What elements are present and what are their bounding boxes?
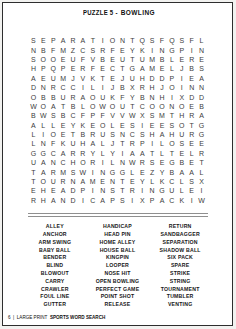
grid-cell: W [80,169,87,176]
grid-cell: G [31,150,36,157]
word-entry: ALLEY [46,223,64,231]
grid-cell: K [90,75,95,82]
grid-cell: R [90,159,95,166]
grid-cell: L [160,140,164,147]
grid-cell: A [31,122,36,129]
grid-cell: M [149,56,155,63]
grid-cell: Y [71,122,76,129]
grid-cell: A [41,159,46,166]
grid-cell: G [199,122,204,129]
grid-cell: W [198,197,205,204]
grid-cell: E [179,150,184,157]
word-entry: ANCHOR [43,231,67,239]
grid-cell: T [91,37,95,44]
grid-cell: N [100,169,105,176]
footer-series-label: LARGE PRINT [17,315,48,321]
word-entry: HANDICAP [103,223,132,231]
grid-cell: S [189,178,194,185]
grid-cell: A [189,169,194,176]
word-entry: LOOPER [106,262,129,270]
grid-cell: K [140,47,145,54]
grid-cell: A [160,197,165,204]
grid-cell: I [181,84,183,91]
word-column: HANDICAPHEAD PINHOME ALLEYHOUSE BALLKING… [86,223,149,309]
grid-cell: A [61,37,66,44]
grid-cell: B [81,131,86,138]
grid-cell: S [130,122,135,129]
grid-cell: D [70,187,75,194]
grid-cell: A [51,197,56,204]
puzzle-title: PUZZLE 5 - BOWLING [3,3,232,17]
grid-cell: O [90,103,95,110]
grid-cell: I [121,150,123,157]
grid-cell: F [91,65,95,72]
grid-cell: S [179,37,184,44]
word-entry: BLOWOUT [41,270,69,278]
grid-cell: Y [130,47,135,54]
grid-cell: L [200,37,204,44]
grid-cell: I [151,47,153,54]
grid-cell: Y [160,169,165,176]
grid-cell: O [41,56,46,63]
grid-cell: E [100,178,105,185]
grid-cell: T [31,178,35,185]
grid-cell: E [110,56,115,63]
grid-cell: R [70,94,75,101]
word-entry: POINT SHOT [101,293,135,301]
grid-cell: L [111,159,115,166]
grid-cell: U [31,159,36,166]
grid-cell: C [61,84,66,91]
grid-cell: U [51,75,56,82]
grid-cell: A [179,169,184,176]
grid-cell: T [101,75,105,82]
word-entry: STRIKE [170,270,190,278]
grid-cell: L [81,103,85,110]
grid-cell: L [160,150,164,157]
grid-cell: V [90,56,95,63]
word-list: ALLEYANCHORARM SWINGBABY BALLBENDERBLIND… [24,223,212,309]
word-entry: SHADOW BALL [160,247,201,255]
grid-cell: E [189,75,194,82]
grid-cell: P [41,65,46,72]
grid-cell: E [31,187,36,194]
grid-cell: F [120,94,124,101]
grid-cell: S [140,131,145,138]
grid-cell: I [42,131,44,138]
grid-cell: E [61,56,66,63]
grid-cell: W [40,112,47,119]
grid-cell: H [31,65,36,72]
grid-cell: R [80,150,85,157]
grid-cell: R [51,84,56,91]
grid-cell: U [100,131,105,138]
grid-cell: U [100,94,105,101]
grid-cell: R [140,159,145,166]
grid-cell: P [90,112,95,119]
grid-cell: T [190,122,194,129]
grid-cell: O [110,37,115,44]
grid-cell: G [130,65,135,72]
grid-cell: Y [90,150,95,157]
grid-cell: O [149,103,154,110]
grid-cell: P [170,75,175,82]
grid-cell: F [101,112,105,119]
footer-book-title: SPORTS WORD SEARCH [50,315,105,321]
grid-cell: R [61,178,66,185]
grid-cell: G [110,169,115,176]
grid-cell: H [150,131,155,138]
grid-cell: V [110,112,115,119]
page-number: 6 [8,315,11,321]
grid-cell: I [82,84,84,91]
grid-cell: O [31,94,36,101]
grid-cell: N [41,140,46,147]
grid-cell: D [150,75,155,82]
grid-cell: R [31,197,36,204]
grid-cell: A [81,94,86,101]
grid-cell: L [180,178,184,185]
grid-cell: P [140,140,145,147]
grid-cell: U [70,140,75,147]
grid-cell: I [171,94,173,101]
grid-cell: E [189,140,194,147]
grid-cell: F [81,56,85,63]
grid-cell: M [149,65,155,72]
grid-cell: E [160,122,165,129]
grid-cell: O [41,103,46,110]
word-entry: ARM SWING [39,239,72,247]
grid-cell: L [150,178,154,185]
grid-cell: T [130,56,134,63]
grid-cell: O [90,94,95,101]
grid-cell: P [61,65,66,72]
grid-cell: W [129,112,136,119]
grid-cell: R [199,150,204,157]
word-entry: CARRY [45,278,64,286]
grid-cell: A [90,140,95,147]
word-column: ALLEYANCHORARM SWINGBABY BALLBENDERBLIND… [24,223,87,309]
footer-divider: | [13,315,14,321]
word-entry: GUTTER [44,301,67,309]
grid-cell: I [191,197,193,204]
grid-cell: U [120,103,125,110]
grid-cell: B [199,103,204,110]
grid-cell: G [169,159,174,166]
word-entry: BENDER [43,254,66,262]
word-entry: TOURNAMENT [161,286,200,294]
grid-cell: D [159,75,164,82]
grid-cell: A [160,131,165,138]
grid-cell: A [31,75,36,82]
grid-cell: T [150,150,154,157]
grid-cell: E [100,65,105,72]
grid-cell: K [61,140,66,147]
grid-cell: C [80,47,85,54]
grid-cell: X [130,84,135,91]
grid-cell: S [110,187,115,194]
grid-cell: A [81,37,86,44]
grid-cell: B [41,94,46,101]
grid-cell: N [70,178,75,185]
grid-cell: T [120,65,124,72]
grid-cell: B [160,56,165,63]
grid-cell: U [51,178,56,185]
word-entry: SANDBAGGER [160,231,199,239]
grid-cell: N [51,159,56,166]
grid-cell: R [100,47,105,54]
grid-cell: Y [130,94,135,101]
grid-cell: J [111,140,115,147]
word-entry: RETURN [169,223,192,231]
grid-cell: L [111,122,115,129]
grid-cell: R [90,131,95,138]
grid-cell: Y [140,178,145,185]
grid-cell: L [180,187,184,194]
word-entry: SEPARATION [163,239,198,247]
grid-cell: N [41,84,46,91]
grid-cell: N [31,47,36,54]
word-entry: NOSE HIT [104,270,130,278]
grid-cell: D [31,84,36,91]
grid-cell: N [159,47,164,54]
grid-cell: E [150,122,155,129]
grid-cell: H [80,140,85,147]
grid-cell: L [190,150,194,157]
grid-cell: N [189,84,194,91]
grid-cell: T [120,178,124,185]
word-entry: VENTING [168,301,192,309]
grid-cell: X [140,112,145,119]
grid-cell: T [130,37,134,44]
grid-cell: O [110,103,115,110]
grid-cell: T [31,169,35,176]
grid-cell: I [131,197,133,204]
grid-cell: I [82,197,84,204]
grid-cell: E [199,56,204,63]
grid-cell: R [140,84,145,91]
grid-cell: C [70,112,75,119]
grid-cell: L [170,65,174,72]
grid-cell: F [81,112,85,119]
grid-cell: B [140,94,145,101]
word-entry: HOME ALLEY [100,239,136,247]
word-entry: BLIND [46,262,63,270]
grid-cell: A [61,187,66,194]
grid-cell: J [111,84,115,91]
grid-cell: A [61,150,66,157]
grid-cell: E [90,122,95,129]
word-entry: TUMBLER [167,293,194,301]
grid-cell: E [160,65,165,72]
word-entry: OPEN BOWLING [96,278,140,286]
word-entry: FOUL LINE [40,293,69,301]
grid-cell: R [189,112,194,119]
grid-cell: I [92,187,94,194]
grid-cell: S [71,169,76,176]
grid-cell: A [140,150,145,157]
grid-cell: T [130,103,134,110]
grid-cell: A [81,178,86,185]
grid-cell: I [102,37,104,44]
grid-cell: P [81,187,86,194]
word-entry: SPARE [171,262,190,270]
grid-cell: C [169,178,174,185]
grid-cell: G [41,150,46,157]
grid-cell: U [169,187,174,194]
grid-cell: E [199,140,204,147]
grid-cell: I [92,169,94,176]
grid-cell: B [51,94,56,101]
grid-cell: P [51,37,56,44]
grid-cell: S [31,56,36,63]
grid-cell: E [120,122,125,129]
grid-cell: O [179,103,184,110]
grid-cell: U [120,56,125,63]
grid-cell: V [120,112,125,119]
word-search-grid: SEPARATIONTQSFQSFLNBFMZCSRFEYKINGPINSOOE… [29,36,207,205]
word-column: RETURNSANDBAGGERSEPARATIONSHADOW BALLSIX… [149,223,212,309]
grid-cell: K [110,94,115,101]
word-entry: HOUSE BALL [100,247,136,255]
grid-cell: M [60,47,66,54]
grid-cell: R [70,37,75,44]
grid-cell: O [179,122,184,129]
grid-cell: W [99,103,106,110]
grid-cell: L [170,56,174,63]
grid-cell: C [130,131,135,138]
grid-cell: F [190,37,194,44]
grid-cell: B [189,65,194,72]
grid-cell: N [169,103,174,110]
grid-cell: T [120,187,124,194]
grid-cell: N [120,131,125,138]
grid-cell: H [41,187,46,194]
grid-cell: T [61,103,65,110]
grid-cell: L [101,150,105,157]
grid-cell: L [101,140,105,147]
grid-cell: U [61,94,66,101]
grid-cell: E [61,122,66,129]
grid-cell: X [179,94,184,101]
grid-cell: H [41,197,46,204]
word-entry: BABY BALL [39,247,71,255]
grid-cell: J [71,75,75,82]
grid-cell: R [130,140,135,147]
grid-cell: E [189,103,194,110]
grid-cell: U [179,131,184,138]
word-entry: KINGPIN [106,254,129,262]
grid-cell: H [140,75,145,82]
grid-cell: N [150,187,155,194]
grid-cell: L [31,140,35,147]
grid-cell: H [159,94,164,101]
grid-cell: B [100,56,105,63]
grid-cell: E [51,187,56,194]
grid-cell: E [41,37,46,44]
grid-cell: E [120,47,125,54]
grid-cell: B [71,103,76,110]
grid-cell: N [110,178,115,185]
grid-cell: X [140,197,145,204]
grid-cell: O [41,178,46,185]
grid-cell: E [189,187,194,194]
puzzle-page: PUZZLE 5 - BOWLING SEPARATIONTQSFQSFLNBF… [2,2,233,326]
grid-cell: B [41,47,46,54]
grid-cell: O [100,122,105,129]
grid-cell: D [189,94,194,101]
grid-cell: E [71,65,76,72]
grid-cell: C [61,159,66,166]
grid-cell: A [100,197,105,204]
word-entry: CRAWLER [41,286,69,294]
grid-cell: H [70,159,75,166]
grid-cell: I [102,84,104,91]
grid-cell: H [179,112,184,119]
grid-cell: A [41,169,46,176]
grid-cell: L [130,169,134,176]
grid-cell: P [150,197,155,204]
grid-cell: S [150,159,155,166]
grid-cell: D [199,94,204,101]
grid-cell: S [90,47,95,54]
grid-cell: E [160,159,165,166]
grid-cell: R [70,150,75,157]
grid-cell: S [150,112,155,119]
grid-cell: E [189,159,194,166]
grid-cell: M [60,75,66,82]
grid-cell: C [70,84,75,91]
grid-cell: O [159,103,164,110]
grid-cell: U [140,56,145,63]
grid-cell: N [61,197,66,204]
grid-cell: S [150,37,155,44]
grid-cell: F [110,47,114,54]
grid-cell: J [121,75,125,82]
grid-cell: B [179,159,184,166]
grid-cell: Q [139,37,144,44]
grid-cell: T [120,140,124,147]
grid-cell: F [160,37,164,44]
grid-cell: H [150,84,155,91]
grid-cell: S [31,37,36,44]
grid-cell: G [169,47,174,54]
grid-cell: F [51,140,55,147]
grid-cell: L [91,84,95,91]
grid-cell: Z [71,47,75,54]
grid-cell: L [51,122,55,129]
grid-cell: T [170,112,174,119]
grid-cell: T [199,159,203,166]
grid-cell: C [51,150,56,157]
word-entry: SIX PACK [167,254,193,262]
grid-cell: O [169,140,174,147]
grid-cell: I [191,47,193,54]
grid-cell: I [151,140,153,147]
grid-cell: K [160,178,165,185]
grid-cell: G [159,187,164,194]
grid-cell: E [140,169,145,176]
grid-cell: M [159,112,165,119]
grid-cell: E [41,75,46,82]
grid-cell: L [200,169,204,176]
grid-cell: L [31,131,35,138]
grid-cell: J [160,84,164,91]
grid-cell: N [120,159,125,166]
grid-cell: N [199,84,204,91]
grid-cell: A [199,112,204,119]
word-entry: PERFECT GAME [96,286,140,294]
